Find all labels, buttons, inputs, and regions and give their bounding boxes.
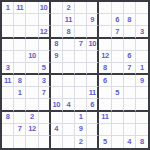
cell-r8c10[interactable]: 5 — [112, 87, 124, 99]
given-digit: 7 — [115, 28, 119, 36]
cell-r7c1[interactable]: 11 — [2, 75, 14, 87]
given-digit: 9 — [90, 16, 94, 24]
given-digit: 3 — [6, 64, 10, 72]
cell-r8c12[interactable] — [136, 87, 148, 99]
cell-r10c5[interactable] — [51, 112, 63, 124]
given-digit: 2 — [67, 4, 71, 12]
cell-r5c5[interactable]: 9 — [51, 51, 63, 63]
cell-r3c7[interactable] — [75, 26, 87, 38]
cell-r8c9[interactable] — [99, 87, 111, 99]
cell-r5c9[interactable]: 12 — [99, 51, 111, 63]
cell-r3c4[interactable]: 12 — [39, 26, 51, 38]
cell-r10c4[interactable] — [39, 112, 51, 124]
given-digit: 12 — [101, 52, 109, 60]
cell-r12c10[interactable] — [112, 136, 124, 148]
cell-r10c10[interactable] — [112, 112, 124, 124]
cell-r6c1[interactable]: 3 — [2, 63, 14, 75]
cell-r5c2[interactable] — [14, 51, 26, 63]
cell-r7c12[interactable]: 9 — [136, 75, 148, 87]
cell-r3c2[interactable] — [14, 26, 26, 38]
given-digit: 10 — [52, 101, 60, 109]
given-digit: 6 — [127, 52, 131, 60]
cell-r8c4[interactable]: 7 — [39, 87, 51, 99]
cell-r2c9[interactable] — [99, 14, 111, 26]
cell-r1c3[interactable] — [26, 2, 38, 14]
cell-r10c9[interactable]: 11 — [99, 112, 111, 124]
given-digit: 8 — [103, 64, 107, 72]
given-digit: 6 — [115, 16, 119, 24]
cell-r1c7[interactable] — [75, 2, 87, 14]
given-digit: 6 — [90, 101, 94, 109]
cell-r10c3[interactable]: 2 — [26, 112, 38, 124]
cell-r10c8[interactable] — [87, 112, 99, 124]
cell-r9c11[interactable] — [124, 99, 136, 111]
cell-r12c4[interactable] — [39, 136, 51, 148]
cell-r4c5[interactable]: 8 — [51, 39, 63, 51]
cell-r11c4[interactable] — [39, 124, 51, 136]
given-digit: 3 — [140, 28, 144, 36]
cell-r1c11[interactable] — [124, 2, 136, 14]
given-digit: 8 — [6, 113, 10, 121]
cell-r12c12[interactable]: 8 — [136, 136, 148, 148]
cell-r11c12[interactable] — [136, 124, 148, 136]
cell-r11c9[interactable] — [99, 124, 111, 136]
cell-r7c4[interactable]: 3 — [39, 75, 51, 87]
cell-r11c6[interactable] — [63, 124, 75, 136]
cell-r8c8[interactable]: 11 — [87, 87, 99, 99]
cell-r6c9[interactable]: 8 — [99, 63, 111, 75]
cell-r4c10[interactable] — [112, 39, 124, 51]
cell-r2c3[interactable] — [26, 14, 38, 26]
given-digit: 7 — [79, 40, 83, 48]
cell-r8c7[interactable] — [75, 87, 87, 99]
cell-r12c8[interactable] — [87, 136, 99, 148]
given-digit: 10 — [28, 52, 36, 60]
cell-r4c2[interactable] — [14, 39, 26, 51]
cell-r10c6[interactable] — [63, 112, 75, 124]
given-digit: 1 — [18, 89, 22, 97]
cell-r6c3[interactable] — [26, 63, 38, 75]
cell-r6c6[interactable] — [63, 63, 75, 75]
given-digit: 8 — [140, 138, 144, 146]
cell-r4c11[interactable] — [124, 39, 136, 51]
cell-r12c5[interactable] — [51, 136, 63, 148]
cell-r6c12[interactable]: 1 — [136, 63, 148, 75]
given-digit: 7 — [42, 89, 46, 97]
cell-r9c1[interactable] — [2, 99, 14, 111]
cell-r6c10[interactable] — [112, 63, 124, 75]
cell-r8c3[interactable] — [26, 87, 38, 99]
cell-r2c4[interactable] — [39, 14, 51, 26]
given-digit: 3 — [42, 77, 46, 85]
cell-r3c8[interactable] — [87, 26, 99, 38]
cell-r2c2[interactable] — [14, 14, 26, 26]
cell-r6c8[interactable] — [87, 63, 99, 75]
cell-r1c1[interactable]: 1 — [2, 2, 14, 14]
cell-r11c10[interactable] — [112, 124, 124, 136]
cell-r2c1[interactable] — [2, 14, 14, 26]
cell-r5c10[interactable] — [112, 51, 124, 63]
cell-r9c12[interactable] — [136, 99, 148, 111]
cell-r11c2[interactable]: 7 — [14, 124, 26, 136]
given-digit: 1 — [140, 64, 144, 72]
cell-r5c12[interactable] — [136, 51, 148, 63]
cell-r5c6[interactable] — [63, 51, 75, 63]
cell-r10c7[interactable]: 1 — [75, 112, 87, 124]
cell-r11c1[interactable] — [2, 124, 14, 136]
cell-r8c6[interactable] — [63, 87, 75, 99]
given-digit: 6 — [103, 77, 107, 85]
cell-r9c5[interactable]: 10 — [51, 99, 63, 111]
given-digit: 11 — [89, 89, 96, 97]
cell-r9c10[interactable] — [112, 99, 124, 111]
cell-r4c12[interactable] — [136, 39, 148, 51]
cell-r8c1[interactable] — [2, 87, 14, 99]
cell-r1c9[interactable] — [99, 2, 111, 14]
cell-r7c11[interactable] — [124, 75, 136, 87]
given-digit: 5 — [103, 138, 107, 146]
given-digit: 4 — [67, 101, 71, 109]
cell-r6c7[interactable] — [75, 63, 87, 75]
cell-r6c5[interactable] — [51, 63, 63, 75]
cell-r5c8[interactable] — [87, 51, 99, 63]
given-digit: 7 — [127, 64, 131, 72]
cell-r3c1[interactable] — [2, 26, 14, 38]
cell-r5c7[interactable] — [75, 51, 87, 63]
given-digit: 11 — [4, 77, 11, 85]
cell-r5c11[interactable]: 6 — [124, 51, 136, 63]
cell-r10c2[interactable] — [14, 112, 26, 124]
given-digit: 2 — [30, 113, 34, 121]
cell-r9c9[interactable] — [99, 99, 111, 111]
given-digit: 11 — [65, 16, 72, 24]
given-digit: 9 — [54, 52, 58, 60]
cell-r1c8[interactable] — [87, 2, 99, 14]
cell-r2c11[interactable]: 8 — [124, 14, 136, 26]
given-digit: 9 — [79, 125, 83, 133]
given-digit: 12 — [40, 28, 48, 36]
cell-r6c2[interactable] — [14, 63, 26, 75]
given-digit: 4 — [54, 125, 58, 133]
cell-r8c11[interactable] — [124, 87, 136, 99]
given-digit: 4 — [127, 138, 131, 146]
cell-r12c9[interactable]: 5 — [99, 136, 111, 148]
cell-r12c2[interactable] — [14, 136, 26, 148]
cell-r2c5[interactable] — [51, 14, 63, 26]
cell-r11c7[interactable]: 9 — [75, 124, 87, 136]
cell-r12c11[interactable]: 4 — [124, 136, 136, 148]
cell-r9c8[interactable]: 6 — [87, 99, 99, 111]
cell-r11c5[interactable]: 4 — [51, 124, 63, 136]
given-digit: 2 — [79, 138, 83, 146]
given-digit: 5 — [115, 89, 119, 97]
cell-r7c8[interactable] — [87, 75, 99, 87]
cell-r7c10[interactable] — [112, 75, 124, 87]
cell-r9c2[interactable] — [14, 99, 26, 111]
given-digit: 8 — [127, 16, 131, 24]
cell-r1c10[interactable] — [112, 2, 124, 14]
cell-r7c5[interactable] — [51, 75, 63, 87]
cell-r2c7[interactable] — [75, 14, 87, 26]
cell-r10c1[interactable]: 8 — [2, 112, 14, 124]
cell-r5c3[interactable]: 10 — [26, 51, 38, 63]
cell-r11c11[interactable] — [124, 124, 136, 136]
cell-r12c7[interactable]: 2 — [75, 136, 87, 148]
cell-r1c12[interactable] — [136, 2, 148, 14]
cell-r4c7[interactable]: 7 — [75, 39, 87, 51]
given-digit: 1 — [79, 113, 83, 121]
cell-r7c9[interactable]: 6 — [99, 75, 111, 87]
cell-r5c1[interactable] — [2, 51, 14, 63]
given-digit: 12 — [28, 125, 36, 133]
cell-r3c6[interactable]: 8 — [63, 26, 75, 38]
cell-r12c3[interactable] — [26, 136, 38, 148]
cell-r3c9[interactable] — [99, 26, 111, 38]
given-digit: 1 — [6, 4, 10, 12]
cell-r2c6[interactable]: 11 — [63, 14, 75, 26]
cell-r5c4[interactable] — [39, 51, 51, 63]
cell-r6c11[interactable]: 7 — [124, 63, 136, 75]
cell-r4c6[interactable] — [63, 39, 75, 51]
cell-r1c6[interactable]: 2 — [63, 2, 75, 14]
cell-r9c7[interactable] — [75, 99, 87, 111]
cell-r4c4[interactable] — [39, 39, 51, 51]
cell-r7c3[interactable] — [26, 75, 38, 87]
given-digit: 8 — [18, 77, 22, 85]
cell-r9c6[interactable]: 4 — [63, 99, 75, 111]
cell-r12c6[interactable] — [63, 136, 75, 148]
cell-r10c12[interactable] — [136, 112, 148, 124]
given-digit: 9 — [140, 77, 144, 85]
given-digit: 7 — [18, 125, 22, 133]
cell-r3c12[interactable]: 3 — [136, 26, 148, 38]
cell-r7c6[interactable] — [63, 75, 75, 87]
cell-r3c3[interactable] — [26, 26, 38, 38]
given-digit: 10 — [40, 4, 48, 12]
given-digit: 10 — [88, 40, 96, 48]
cell-r7c2[interactable]: 8 — [14, 75, 26, 87]
cell-r11c8[interactable] — [87, 124, 99, 136]
cell-r3c10[interactable]: 7 — [112, 26, 124, 38]
cell-r8c2[interactable]: 1 — [14, 87, 26, 99]
cell-r12c1[interactable] — [2, 136, 14, 148]
given-digit: 11 — [16, 4, 23, 12]
cell-r4c9[interactable] — [99, 39, 111, 51]
cell-r6c4[interactable]: 5 — [39, 63, 51, 75]
cell-r8c5[interactable] — [51, 87, 63, 99]
cell-r3c5[interactable] — [51, 26, 63, 38]
cell-r4c1[interactable] — [2, 39, 14, 51]
cell-r2c10[interactable]: 6 — [112, 14, 124, 26]
cell-r3c11[interactable] — [124, 26, 136, 38]
cell-r1c5[interactable] — [51, 2, 63, 14]
given-digit: 5 — [42, 64, 46, 72]
given-digit: 8 — [67, 28, 71, 36]
cell-r7c7[interactable] — [75, 75, 87, 87]
cell-r9c3[interactable] — [26, 99, 38, 111]
cell-r10c11[interactable] — [124, 112, 136, 124]
cell-r4c8[interactable]: 10 — [87, 39, 99, 51]
given-digit: 8 — [54, 40, 58, 48]
cell-r1c4[interactable]: 10 — [39, 2, 51, 14]
sudoku-board: 1111021196812873871010912635871118369171… — [0, 0, 150, 150]
cell-r11c3[interactable]: 12 — [26, 124, 38, 136]
cell-r9c4[interactable] — [39, 99, 51, 111]
given-digit: 11 — [101, 113, 108, 121]
cell-r2c12[interactable] — [136, 14, 148, 26]
cell-r4c3[interactable] — [26, 39, 38, 51]
cell-r2c8[interactable]: 9 — [87, 14, 99, 26]
cell-r1c2[interactable]: 11 — [14, 2, 26, 14]
